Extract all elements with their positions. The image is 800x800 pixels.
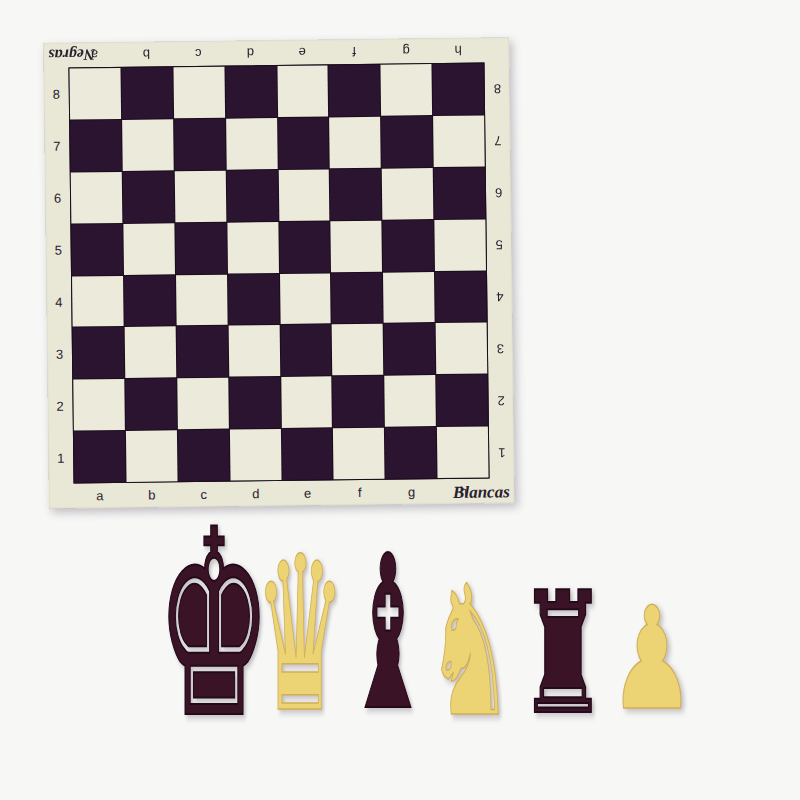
square-b2 [125, 379, 176, 430]
file-label-bottom-d: d [230, 487, 282, 501]
square-c6 [174, 170, 225, 221]
rank-label-left-1: 1 [57, 451, 64, 464]
rank-label-left-6: 6 [54, 191, 61, 204]
display-piece-pawn-light: ♟ [609, 588, 696, 730]
square-c7 [174, 119, 225, 170]
square-e3 [280, 325, 331, 376]
square-f3 [332, 324, 383, 375]
rank-label-left-3: 3 [56, 347, 63, 360]
square-h1 [437, 427, 488, 478]
square-c1 [178, 430, 229, 481]
file-label-top-b: b [120, 47, 172, 61]
rank-labels-right: 87654321 [484, 62, 514, 478]
square-h5 [434, 219, 485, 270]
file-labels-bottom: abcdefgh [74, 478, 490, 508]
rank-label-left-5: 5 [54, 243, 61, 256]
rank-label-right-2: 2 [497, 394, 504, 407]
square-e6 [278, 169, 329, 220]
file-label-bottom-c: c [178, 488, 230, 502]
square-c4 [176, 274, 227, 325]
display-piece-bishop-dark: ♝ [344, 528, 431, 740]
square-b8 [121, 67, 172, 118]
board-squares [68, 62, 489, 483]
display-piece-queen-light: ♛ [254, 528, 346, 742]
rank-label-right-5: 5 [495, 238, 502, 251]
square-d2 [229, 377, 280, 428]
square-b7 [122, 119, 173, 170]
rank-label-right-3: 3 [497, 342, 504, 355]
square-d4 [228, 274, 279, 325]
file-label-bottom-e: e [282, 486, 334, 500]
square-g7 [381, 116, 432, 167]
rank-label-right-4: 4 [496, 290, 503, 303]
square-d5 [227, 222, 278, 273]
square-h6 [434, 167, 485, 218]
square-d6 [226, 170, 277, 221]
product-photo: abcdefgh 87654321 87654321 abcdefgh Negr… [0, 0, 800, 800]
square-b1 [126, 430, 177, 481]
square-b5 [123, 223, 174, 274]
square-c8 [173, 67, 224, 118]
square-c3 [176, 326, 227, 377]
rank-label-right-6: 6 [495, 186, 502, 199]
square-g1 [385, 427, 436, 478]
square-h7 [433, 115, 484, 166]
square-f1 [333, 428, 384, 479]
square-a6 [71, 172, 122, 223]
square-a3 [73, 327, 124, 378]
rank-label-left-2: 2 [56, 399, 63, 412]
square-a1 [74, 431, 125, 482]
square-d3 [228, 325, 279, 376]
file-label-top-f: f [328, 45, 380, 59]
square-f4 [331, 272, 382, 323]
square-e4 [280, 273, 331, 324]
square-d7 [226, 118, 277, 169]
file-label-bottom-b: b [126, 488, 178, 502]
square-h4 [435, 271, 486, 322]
square-d8 [225, 66, 276, 117]
square-f5 [331, 220, 382, 271]
display-piece-rook-dark: ♜ [518, 570, 608, 738]
square-h8 [433, 63, 484, 114]
square-e5 [279, 221, 330, 272]
square-e7 [278, 117, 329, 168]
square-h3 [436, 323, 487, 374]
file-label-top-e: e [276, 45, 328, 59]
rank-label-right-8: 8 [494, 82, 501, 95]
square-e2 [281, 377, 332, 428]
file-label-top-d: d [224, 46, 276, 60]
square-f8 [329, 65, 380, 116]
rank-label-left-4: 4 [55, 295, 62, 308]
file-label-top-g: g [380, 44, 432, 58]
square-f7 [329, 117, 380, 168]
file-label-bottom-a: a [74, 489, 126, 503]
square-c2 [177, 378, 228, 429]
display-piece-king-dark: ♚ [156, 496, 272, 754]
rank-label-right-7: 7 [494, 134, 501, 147]
square-g4 [383, 272, 434, 323]
white-side-label: Blancas [453, 483, 510, 501]
square-g5 [383, 220, 434, 271]
display-piece-knight-light: ♞ [426, 562, 515, 742]
chess-board: abcdefgh 87654321 87654321 abcdefgh Negr… [43, 37, 515, 509]
file-label-top-h: h [432, 43, 484, 57]
rank-label-left-7: 7 [53, 139, 60, 152]
file-label-bottom-g: g [386, 485, 438, 499]
square-e8 [277, 65, 328, 116]
square-a4 [72, 275, 123, 326]
rank-label-left-8: 8 [53, 87, 60, 100]
square-a8 [69, 68, 120, 119]
square-b4 [124, 275, 175, 326]
square-f6 [330, 168, 381, 219]
square-g3 [384, 323, 435, 374]
square-a2 [73, 379, 124, 430]
file-label-bottom-f: f [334, 486, 386, 500]
square-h2 [436, 375, 487, 426]
file-label-top-c: c [172, 47, 224, 61]
rank-label-right-1: 1 [498, 446, 505, 459]
square-f2 [333, 376, 384, 427]
square-d1 [230, 429, 281, 480]
square-g6 [382, 168, 433, 219]
square-a7 [70, 120, 121, 171]
square-g8 [381, 64, 432, 115]
square-b3 [125, 327, 176, 378]
square-a5 [71, 224, 122, 275]
square-e1 [281, 428, 332, 479]
square-b6 [123, 171, 174, 222]
square-c5 [175, 222, 226, 273]
square-g2 [385, 375, 436, 426]
black-side-label: Negras [48, 46, 95, 63]
